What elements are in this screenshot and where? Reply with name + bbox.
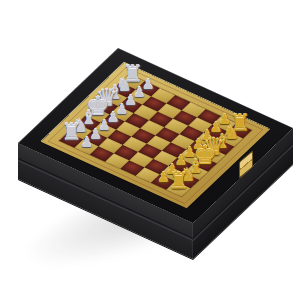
square: ♜ bbox=[166, 181, 190, 196]
piece-glyph: ♜ bbox=[61, 122, 82, 143]
piece-glyph: ♜ bbox=[168, 171, 189, 192]
chess-set-product-photo: ♜♟♟♜♞♟♟♞♝♟♟♝♛♟♟♛♚♟♟♚♝♟♟♝♞♟♟♞♜♟♟♜ bbox=[0, 0, 300, 300]
piece-glyph: ♟ bbox=[80, 136, 93, 149]
